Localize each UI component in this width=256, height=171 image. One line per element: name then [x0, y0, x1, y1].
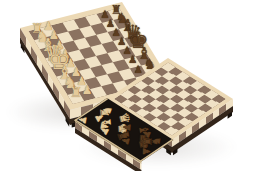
chess-set-product-photo: ♜♟♞♟♟♝♜♟♟♛♞♟♟♚♝♟♟♝♛♟♟♞♚♟♟♜♝♟♟♞♟♜ ♟♟♜♞♟♝♛…: [0, 0, 256, 171]
